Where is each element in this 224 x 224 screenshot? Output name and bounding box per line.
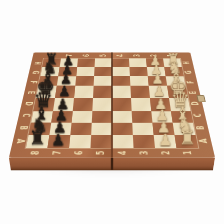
fold-gap bbox=[111, 158, 113, 170]
black-rook: ♜ bbox=[28, 129, 45, 148]
square-c6 bbox=[72, 111, 93, 123]
square-h3 bbox=[129, 59, 147, 68]
square-g5 bbox=[94, 67, 112, 76]
square-b6 bbox=[70, 123, 91, 135]
square-e4 bbox=[112, 86, 131, 98]
square-f4 bbox=[112, 76, 130, 86]
square-f6 bbox=[75, 76, 94, 86]
square-a6 bbox=[69, 135, 91, 148]
board-front-side bbox=[9, 158, 215, 171]
scene: ♜♟♟♜♞♟♟♞♝♟♟♝♚♟♟♚♛♟♟♛♝♟♟♝♞♟♟♞♜♟♟♜ 8765432… bbox=[0, 0, 224, 224]
square-f5 bbox=[94, 76, 112, 86]
square-h4 bbox=[112, 59, 129, 68]
square-a3 bbox=[133, 135, 155, 148]
square-h5 bbox=[95, 59, 112, 68]
square-a5 bbox=[90, 135, 112, 148]
square-g6 bbox=[76, 67, 94, 76]
square-d4 bbox=[112, 98, 132, 111]
product-photo: ♜♟♟♜♞♟♟♞♝♟♟♝♚♟♟♚♛♟♟♛♝♟♟♝♞♟♟♞♜♟♟♜ 8765432… bbox=[0, 0, 224, 224]
square-c3 bbox=[132, 111, 153, 123]
square-g4 bbox=[112, 67, 130, 76]
square-e3 bbox=[130, 86, 150, 98]
white-pawn: ♟ bbox=[158, 132, 172, 148]
clasp bbox=[196, 95, 206, 102]
square-e6 bbox=[74, 86, 94, 98]
square-a7: ♟ bbox=[47, 135, 70, 148]
square-f3 bbox=[130, 76, 149, 86]
square-c4 bbox=[112, 111, 132, 123]
chess-board: ♜♟♟♜♞♟♟♞♝♟♟♝♚♟♟♚♛♟♟♛♝♟♟♝♞♟♟♞♜♟♟♜ 8765432… bbox=[9, 53, 215, 158]
square-d6 bbox=[73, 98, 93, 111]
square-d3 bbox=[131, 98, 151, 111]
white-rook: ♜ bbox=[178, 129, 195, 148]
square-a4 bbox=[112, 135, 134, 148]
square-e5 bbox=[93, 86, 112, 98]
square-b3 bbox=[132, 123, 153, 135]
square-g3 bbox=[129, 67, 147, 76]
square-b4 bbox=[112, 123, 133, 135]
square-h6 bbox=[77, 59, 95, 68]
square-c5 bbox=[92, 111, 112, 123]
black-pawn: ♟ bbox=[51, 132, 65, 148]
square-b5 bbox=[91, 123, 112, 135]
square-a1: ♜ bbox=[175, 135, 198, 148]
square-a2: ♟ bbox=[154, 135, 177, 148]
square-d5 bbox=[92, 98, 112, 111]
square-a8: ♜ bbox=[26, 135, 49, 148]
